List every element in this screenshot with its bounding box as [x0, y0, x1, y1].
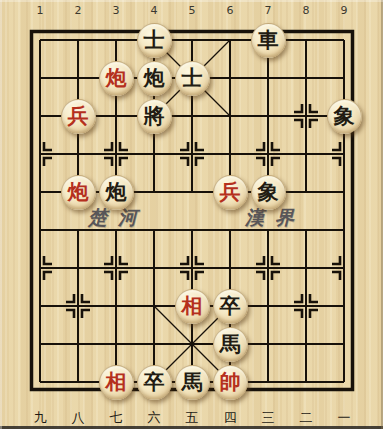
- piece-black-advisor[interactable]: 士: [137, 23, 172, 58]
- piece-black-chariot[interactable]: 車: [251, 23, 286, 58]
- piece-red-soldier[interactable]: 兵: [213, 175, 248, 210]
- piece-layer: 士車炮炮士兵將象炮炮兵象相卒馬相卒馬帥: [21, 21, 363, 401]
- piece-black-elephant[interactable]: 象: [327, 99, 362, 134]
- piece-red-cannon[interactable]: 炮: [99, 61, 134, 96]
- piece-black-cannon[interactable]: 炮: [99, 175, 134, 210]
- xiangqi-board[interactable]: 123456789 楚河 漢界 士車炮炮士兵將象炮炮兵象相卒馬相卒馬帥 九八七六…: [0, 0, 383, 429]
- piece-black-advisor[interactable]: 士: [175, 61, 210, 96]
- piece-black-horse[interactable]: 馬: [213, 327, 248, 362]
- piece-black-general[interactable]: 將: [137, 99, 172, 134]
- piece-red-cannon[interactable]: 炮: [61, 175, 96, 210]
- piece-black-horse[interactable]: 馬: [175, 365, 210, 400]
- piece-red-general[interactable]: 帥: [213, 365, 248, 400]
- piece-black-soldier[interactable]: 卒: [213, 289, 248, 324]
- piece-red-elephant[interactable]: 相: [175, 289, 210, 324]
- piece-black-cannon[interactable]: 炮: [137, 61, 172, 96]
- piece-red-elephant[interactable]: 相: [99, 365, 134, 400]
- piece-black-soldier[interactable]: 卒: [137, 365, 172, 400]
- piece-black-elephant[interactable]: 象: [251, 175, 286, 210]
- piece-red-soldier[interactable]: 兵: [61, 99, 96, 134]
